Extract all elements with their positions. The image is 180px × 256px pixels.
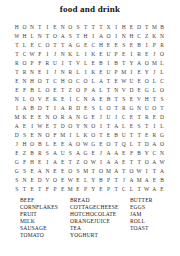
grid-cell: N xyxy=(59,50,67,59)
grid-cell: T xyxy=(89,23,97,32)
grid-cell: U xyxy=(105,113,113,122)
grid-cell: I xyxy=(51,104,59,113)
grid-cell: E xyxy=(28,41,36,50)
grid-cell: T xyxy=(66,158,74,167)
grid-cell: E xyxy=(59,95,67,104)
grid-cell: M xyxy=(13,113,21,122)
grid-cell: E xyxy=(120,50,128,59)
grid-cell: I xyxy=(112,113,120,122)
grid-cell: J xyxy=(51,50,59,59)
grid-cell: E xyxy=(51,140,59,149)
grid-cell: E xyxy=(28,185,36,194)
grid-cell: E xyxy=(59,158,67,167)
grid-cell: T xyxy=(120,167,128,176)
grid-cell: P xyxy=(105,176,113,185)
grid-cell: V xyxy=(135,95,143,104)
grid-cell: K xyxy=(151,32,159,41)
grid-cell: N xyxy=(28,23,36,32)
grid-cell: E xyxy=(28,176,36,185)
word-list-item: TEA xyxy=(70,225,119,232)
grid-cell: E xyxy=(59,140,67,149)
grid-cell: V xyxy=(74,59,82,68)
grid-cell: T xyxy=(112,140,120,149)
grid-cell: U xyxy=(105,68,113,77)
grid-cell: S xyxy=(120,41,128,50)
grid-cell: M xyxy=(59,131,67,140)
grid-cell: T xyxy=(112,104,120,113)
grid-cell: H xyxy=(13,23,21,32)
grid-cell: O xyxy=(158,86,166,95)
grid-cell: X xyxy=(105,23,113,32)
grid-cell: W xyxy=(13,32,21,41)
grid-cell: F xyxy=(51,131,59,140)
grid-cell: A xyxy=(158,167,166,176)
grid-cell: R xyxy=(36,149,44,158)
grid-cell: H xyxy=(59,77,67,86)
grid-cell: O xyxy=(21,59,29,68)
grid-cell: E xyxy=(82,41,90,50)
grid-cell: T xyxy=(82,23,90,32)
grid-cell: B xyxy=(135,41,143,50)
grid-cell: N xyxy=(36,131,44,140)
grid-cell: D xyxy=(36,176,44,185)
grid-cell: K xyxy=(89,50,97,59)
grid-cell: R xyxy=(135,50,143,59)
grid-cell: A xyxy=(36,167,44,176)
grid-cell: E xyxy=(51,167,59,176)
grid-cell: L xyxy=(97,104,105,113)
word-list-item: TOAST xyxy=(130,225,153,232)
grid-cell: L xyxy=(158,122,166,131)
grid-cell: V xyxy=(120,86,128,95)
grid-cell: L xyxy=(74,50,82,59)
grid-cell: O xyxy=(89,122,97,131)
grid-cell: C xyxy=(36,41,44,50)
grid-cell: I xyxy=(44,158,52,167)
grid-cell: L xyxy=(21,41,29,50)
grid-cell: T xyxy=(89,167,97,176)
grid-cell: R xyxy=(59,113,67,122)
grid-cell: K xyxy=(51,95,59,104)
grid-cell: E xyxy=(128,41,136,50)
grid-cell: S xyxy=(120,95,128,104)
grid-cell: I xyxy=(97,158,105,167)
grid-cell: T xyxy=(66,59,74,68)
grid-cell: H xyxy=(28,158,36,167)
grid-cell: T xyxy=(112,176,120,185)
grid-cell: T xyxy=(105,122,113,131)
grid-cell: M xyxy=(82,167,90,176)
grid-cell: V xyxy=(36,95,44,104)
word-list-column: BREADCOTTAGECHEESEHOTCHOCOLATEORANGEJUIC… xyxy=(70,197,119,239)
grid-cell: W xyxy=(66,176,74,185)
grid-cell: K xyxy=(66,50,74,59)
grid-cell: A xyxy=(135,59,143,68)
grid-cell: T xyxy=(128,158,136,167)
grid-cell: A xyxy=(112,167,120,176)
word-list-item: EGGS xyxy=(130,204,153,211)
grid-cell: T xyxy=(59,86,67,95)
grid-cell: E xyxy=(28,131,36,140)
grid-cell: E xyxy=(135,77,143,86)
grid-cell: I xyxy=(13,104,21,113)
grid-cell: K xyxy=(82,131,90,140)
grid-cell: B xyxy=(158,176,166,185)
grid-cell: E xyxy=(143,131,151,140)
grid-cell: E xyxy=(51,86,59,95)
grid-cell: D xyxy=(143,140,151,149)
grid-cell: N xyxy=(44,167,52,176)
grid-cell: O xyxy=(143,59,151,68)
grid-cell: A xyxy=(89,95,97,104)
grid-cell: S xyxy=(74,23,82,32)
word-list-item: MILK xyxy=(20,218,58,225)
grid-cell: R xyxy=(13,59,21,68)
grid-cell: O xyxy=(66,77,74,86)
grid-cell: E xyxy=(36,113,44,122)
grid-cell: T xyxy=(13,68,21,77)
grid-cell: T xyxy=(59,41,67,50)
grid-cell: E xyxy=(143,50,151,59)
grid-cell: O xyxy=(74,140,82,149)
grid-cell: O xyxy=(151,104,159,113)
grid-cell: R xyxy=(143,113,151,122)
grid-cell: W xyxy=(158,158,166,167)
grid-cell: B xyxy=(112,59,120,68)
grid-cell: C xyxy=(120,113,128,122)
grid-cell: F xyxy=(44,185,52,194)
grid-cell: E xyxy=(13,86,21,95)
word-list-column: BEEFCORNFLAKESFRUITMILKSAUSAGETOMATO xyxy=(20,197,58,239)
grid-cell: H xyxy=(120,23,128,32)
grid-cell: A xyxy=(97,77,105,86)
grid-cell: E xyxy=(44,95,52,104)
grid-cell: H xyxy=(128,32,136,41)
grid-cell: E xyxy=(82,104,90,113)
grid-cell: E xyxy=(13,77,21,86)
grid-cell: T xyxy=(97,131,105,140)
grid-cell: B xyxy=(105,95,113,104)
grid-cell: V xyxy=(44,176,52,185)
grid-cell: Y xyxy=(89,185,97,194)
grid-cell: T xyxy=(128,131,136,140)
grid-cell: I xyxy=(59,59,67,68)
grid-cell: J xyxy=(51,68,59,77)
grid-cell: T xyxy=(120,59,128,68)
grid-cell: S xyxy=(158,95,166,104)
grid-cell: N xyxy=(120,32,128,41)
grid-cell: E xyxy=(89,59,97,68)
grid-cell: O xyxy=(44,41,52,50)
grid-cell: G xyxy=(82,113,90,122)
grid-cell: D xyxy=(158,113,166,122)
grid-cell: O xyxy=(51,176,59,185)
grid-cell: C xyxy=(151,149,159,158)
grid-cell: I xyxy=(112,32,120,41)
grid-cell: W xyxy=(143,185,151,194)
grid-cell: E xyxy=(151,176,159,185)
grid-cell: L xyxy=(97,86,105,95)
grid-cell: T xyxy=(135,131,143,140)
grid-cell: R xyxy=(21,68,29,77)
grid-cell: N xyxy=(21,176,29,185)
grid-cell: E xyxy=(97,50,105,59)
grid-cell: A xyxy=(112,158,120,167)
grid-cell: U xyxy=(143,104,151,113)
grid-cell: A xyxy=(89,86,97,95)
grid-cell: O xyxy=(44,86,52,95)
grid-cell: T xyxy=(112,95,120,104)
grid-cell: C xyxy=(51,77,59,86)
grid-cell: T xyxy=(44,104,52,113)
grid-cell: R xyxy=(151,131,159,140)
grid-cell: U xyxy=(51,59,59,68)
grid-cell: T xyxy=(44,32,52,41)
grid-cell: B xyxy=(28,86,36,95)
grid-cell: G xyxy=(158,131,166,140)
grid-cell: A xyxy=(105,149,113,158)
grid-cell: T xyxy=(36,23,44,32)
grid-cell: J xyxy=(13,140,21,149)
word-list-item: SAUSAGE xyxy=(20,225,58,232)
grid-cell: M xyxy=(151,59,159,68)
grid-cell: N xyxy=(112,86,120,95)
grid-cell: P xyxy=(105,185,113,194)
word-list-item: FRUIT xyxy=(20,211,58,218)
grid-cell: E xyxy=(51,23,59,32)
grid-cell: O xyxy=(51,113,59,122)
grid-cell: C xyxy=(74,77,82,86)
grid-cell: O xyxy=(82,77,90,86)
grid-cell: O xyxy=(36,77,44,86)
grid-cell: L xyxy=(21,95,29,104)
grid-cell: C xyxy=(120,185,128,194)
grid-cell: P xyxy=(51,185,59,194)
grid-cell: J xyxy=(97,149,105,158)
grid-cell: Z xyxy=(74,158,82,167)
grid-cell: E xyxy=(28,167,36,176)
grid-cell: L xyxy=(89,77,97,86)
grid-cell: E xyxy=(36,68,44,77)
grid-cell: L xyxy=(82,176,90,185)
grid-cell: H xyxy=(97,41,105,50)
grid-cell: E xyxy=(74,176,82,185)
grid-cell: H xyxy=(143,95,151,104)
grid-cell: G xyxy=(128,104,136,113)
grid-cell: N xyxy=(44,113,52,122)
grid-cell: T xyxy=(135,140,143,149)
grid-cell: J xyxy=(151,68,159,77)
grid-cell: P xyxy=(151,41,159,50)
grid-cell: M xyxy=(66,185,74,194)
grid-cell: A xyxy=(143,176,151,185)
grid-cell: O xyxy=(51,32,59,41)
grid-cell: E xyxy=(59,167,67,176)
grid-cell: K xyxy=(21,113,29,122)
grid-cell: L xyxy=(74,131,82,140)
grid-cell: B xyxy=(28,149,36,158)
grid-cell: I xyxy=(44,23,52,32)
grid-cell: M xyxy=(120,68,128,77)
grid-cell: T xyxy=(13,50,21,59)
grid-cell: C xyxy=(21,50,29,59)
grid-cell: N xyxy=(82,95,90,104)
grid-cell: A xyxy=(59,104,67,113)
grid-cell: G xyxy=(143,86,151,95)
grid-cell: O xyxy=(105,32,113,41)
grid-cell: A xyxy=(21,104,29,113)
grid-cell: P xyxy=(112,50,120,59)
grid-cell: E xyxy=(89,113,97,122)
grid-cell: B xyxy=(28,104,36,113)
grid-cell: R xyxy=(66,104,74,113)
grid-cell: L xyxy=(74,68,82,77)
grid-cell: E xyxy=(59,176,67,185)
grid-cell: L xyxy=(36,86,44,95)
grid-cell: E xyxy=(112,77,120,86)
grid-cell: T xyxy=(112,185,120,194)
grid-cell: Y xyxy=(89,176,97,185)
grid-cell: I xyxy=(28,122,36,131)
grid-cell: S xyxy=(74,167,82,176)
grid-cell: N xyxy=(135,104,143,113)
grid-cell: E xyxy=(120,149,128,158)
grid-cell: R xyxy=(158,41,166,50)
grid-cell: T xyxy=(105,86,113,95)
grid-cell: E xyxy=(89,149,97,158)
grid-cell: A xyxy=(13,122,21,131)
grid-cell: T xyxy=(51,122,59,131)
grid-cell: L xyxy=(128,185,136,194)
grid-cell: W xyxy=(135,167,143,176)
grid-cell: I xyxy=(128,50,136,59)
grid-cell: E xyxy=(97,95,105,104)
grid-cell: A xyxy=(151,185,159,194)
grid-cell: N xyxy=(28,68,36,77)
grid-cell: J xyxy=(97,113,105,122)
grid-cell: E xyxy=(128,122,136,131)
grid-cell: I xyxy=(66,95,74,104)
grid-cell: I xyxy=(112,23,120,32)
word-list-item: YOGHURT xyxy=(70,232,119,239)
word-list-item: ROLL xyxy=(130,218,153,225)
grid-cell: O xyxy=(143,77,151,86)
grid-cell: Y xyxy=(128,59,136,68)
grid-cell: I xyxy=(44,68,52,77)
grid-cell: O xyxy=(74,86,82,95)
grid-cell: Z xyxy=(143,32,151,41)
grid-cell: N xyxy=(21,77,29,86)
grid-cell: L xyxy=(151,86,159,95)
grid-cell: K xyxy=(89,68,97,77)
grid-cell: W xyxy=(89,158,97,167)
grid-cell: H xyxy=(21,140,29,149)
grid-cell: T xyxy=(105,77,113,86)
grid-cell: A xyxy=(66,140,74,149)
grid-cell: E xyxy=(120,158,128,167)
grid-cell: G xyxy=(13,167,21,176)
grid-cell: U xyxy=(120,131,128,140)
grid-cell: L xyxy=(158,59,166,68)
grid-cell: I xyxy=(44,50,52,59)
grid-cell: S xyxy=(13,185,21,194)
grid-cell: A xyxy=(112,149,120,158)
grid-cell: A xyxy=(74,149,82,158)
word-list-column: BUTTEREGGSJAMROLLTOAST xyxy=(130,197,153,232)
grid-cell: R xyxy=(66,68,74,77)
word-list-item: CORNFLAKES xyxy=(20,204,58,211)
grid-cell: P xyxy=(82,185,90,194)
grid-cell: I xyxy=(66,131,74,140)
grid-cell: N xyxy=(158,149,166,158)
grid-cell: S xyxy=(66,149,74,158)
grid-cell: P xyxy=(28,59,36,68)
grid-cell: E xyxy=(158,185,166,194)
grid-cell: T xyxy=(135,185,143,194)
grid-cell: F xyxy=(128,149,136,158)
grid-cell: L xyxy=(120,122,128,131)
word-list-item: ORANGEJUICE xyxy=(70,218,119,225)
grid-cell: A xyxy=(112,122,120,131)
grid-cell: D xyxy=(13,131,21,140)
grid-cell: E xyxy=(21,122,29,131)
grid-cell: O xyxy=(97,167,105,176)
grid-cell: S xyxy=(21,131,29,140)
grid-cell: I xyxy=(151,122,159,131)
grid-cell: I xyxy=(143,41,151,50)
grid-cell: D xyxy=(74,104,82,113)
grid-cell: D xyxy=(135,23,143,32)
grid-cell: E xyxy=(74,185,82,194)
grid-cell: D xyxy=(128,86,136,95)
grid-cell: G xyxy=(13,158,21,167)
grid-cell: Y xyxy=(74,122,82,131)
grid-cell: I xyxy=(82,50,90,59)
grid-cell: F xyxy=(36,50,44,59)
grid-cell: A xyxy=(105,158,113,167)
grid-cell: B xyxy=(135,149,143,158)
grid-cell: A xyxy=(151,158,159,167)
grid-cell: N xyxy=(59,68,67,77)
grid-cell: C xyxy=(158,77,166,86)
grid-cell: O xyxy=(158,140,166,149)
grid-cell: S xyxy=(66,32,74,41)
grid-cell: A xyxy=(128,176,136,185)
grid-cell: C xyxy=(74,95,82,104)
grid-cell: S xyxy=(135,122,143,131)
grid-cell: I xyxy=(82,68,90,77)
grid-cell: Z xyxy=(66,86,74,95)
grid-cell: A xyxy=(66,113,74,122)
grid-cell: S xyxy=(44,149,52,158)
grid-cell: O xyxy=(28,140,36,149)
grid-cell: T xyxy=(158,104,166,113)
grid-cell: C xyxy=(135,32,143,41)
grid-cell: I xyxy=(89,32,97,41)
puzzle-title: food and drink xyxy=(0,4,180,14)
grid-cell: O xyxy=(89,131,97,140)
grid-cell: R xyxy=(120,104,128,113)
grid-cell: O xyxy=(44,131,52,140)
word-list: BEEFCORNFLAKESFRUITMILKSAUSAGETOMATOBREA… xyxy=(0,197,180,247)
grid-cell: H xyxy=(28,77,36,86)
grid-cell: D xyxy=(36,104,44,113)
grid-cell: T xyxy=(97,23,105,32)
grid-cell: I xyxy=(105,59,113,68)
grid-cell: T xyxy=(74,32,82,41)
grid-cell: A xyxy=(151,140,159,149)
grid-cell: T xyxy=(51,41,59,50)
